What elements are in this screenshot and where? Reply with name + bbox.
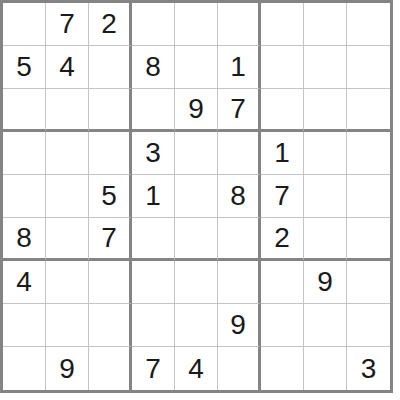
cell-r7c8-given-9[interactable]: 9: [304, 261, 347, 304]
cell-r5c5[interactable]: [175, 175, 218, 218]
cell-r2c4-given-8[interactable]: 8: [132, 46, 175, 89]
cell-r4c8[interactable]: [304, 132, 347, 175]
cell-r9c2-given-9[interactable]: 9: [46, 347, 89, 390]
cell-r2c2-given-4[interactable]: 4: [46, 46, 89, 89]
cell-r6c7-given-2[interactable]: 2: [261, 218, 304, 261]
cell-r1c8[interactable]: [304, 3, 347, 46]
cell-r8c1[interactable]: [3, 304, 46, 347]
cell-r3c3[interactable]: [89, 89, 132, 132]
cell-r8c3[interactable]: [89, 304, 132, 347]
cell-r9c3[interactable]: [89, 347, 132, 390]
cell-r7c2[interactable]: [46, 261, 89, 304]
cell-r6c3-given-7[interactable]: 7: [89, 218, 132, 261]
cell-r6c9[interactable]: [347, 218, 390, 261]
cell-r2c8[interactable]: [304, 46, 347, 89]
cell-r4c1[interactable]: [3, 132, 46, 175]
cell-r3c6-given-7[interactable]: 7: [218, 89, 261, 132]
cell-r1c1[interactable]: [3, 3, 46, 46]
cell-r8c6-given-9[interactable]: 9: [218, 304, 261, 347]
cell-r9c8[interactable]: [304, 347, 347, 390]
cell-r9c1[interactable]: [3, 347, 46, 390]
cell-r1c5[interactable]: [175, 3, 218, 46]
cell-r9c5-given-4[interactable]: 4: [175, 347, 218, 390]
cell-r2c3[interactable]: [89, 46, 132, 89]
cell-r2c6-given-1[interactable]: 1: [218, 46, 261, 89]
sudoku-board-wrap: 725481973151878724999743: [0, 0, 393, 393]
cell-r2c5[interactable]: [175, 46, 218, 89]
cell-r3c4[interactable]: [132, 89, 175, 132]
cell-r6c8[interactable]: [304, 218, 347, 261]
cell-r8c5[interactable]: [175, 304, 218, 347]
cell-r8c7[interactable]: [261, 304, 304, 347]
cell-r1c2-given-7[interactable]: 7: [46, 3, 89, 46]
cell-r4c7-given-1[interactable]: 1: [261, 132, 304, 175]
cell-r8c2[interactable]: [46, 304, 89, 347]
cell-r4c9[interactable]: [347, 132, 390, 175]
cell-r7c4[interactable]: [132, 261, 175, 304]
cell-r2c9[interactable]: [347, 46, 390, 89]
cell-r5c6-given-8[interactable]: 8: [218, 175, 261, 218]
cell-r4c6[interactable]: [218, 132, 261, 175]
cell-r8c8[interactable]: [304, 304, 347, 347]
cell-r8c4[interactable]: [132, 304, 175, 347]
cell-r9c6[interactable]: [218, 347, 261, 390]
cell-r6c5[interactable]: [175, 218, 218, 261]
cell-r7c5[interactable]: [175, 261, 218, 304]
cell-r5c1[interactable]: [3, 175, 46, 218]
cell-r9c4-given-7[interactable]: 7: [132, 347, 175, 390]
cell-r1c9[interactable]: [347, 3, 390, 46]
cell-r5c3-given-5[interactable]: 5: [89, 175, 132, 218]
cell-r4c4-given-3[interactable]: 3: [132, 132, 175, 175]
cell-r5c9[interactable]: [347, 175, 390, 218]
cell-r3c2[interactable]: [46, 89, 89, 132]
cell-r7c1-given-4[interactable]: 4: [3, 261, 46, 304]
cell-r1c4[interactable]: [132, 3, 175, 46]
cell-r5c2[interactable]: [46, 175, 89, 218]
sudoku-board: 725481973151878724999743: [0, 0, 393, 393]
cell-r6c6[interactable]: [218, 218, 261, 261]
cell-r6c4[interactable]: [132, 218, 175, 261]
cell-r6c2[interactable]: [46, 218, 89, 261]
cell-r8c9[interactable]: [347, 304, 390, 347]
cell-r4c2[interactable]: [46, 132, 89, 175]
cell-r5c4-given-1[interactable]: 1: [132, 175, 175, 218]
cell-r3c5-given-9[interactable]: 9: [175, 89, 218, 132]
cell-r4c5[interactable]: [175, 132, 218, 175]
cell-r3c8[interactable]: [304, 89, 347, 132]
cell-r1c3-given-2[interactable]: 2: [89, 3, 132, 46]
cell-r6c1-given-8[interactable]: 8: [3, 218, 46, 261]
cell-r7c6[interactable]: [218, 261, 261, 304]
cell-r1c7[interactable]: [261, 3, 304, 46]
cell-r5c8[interactable]: [304, 175, 347, 218]
cell-r7c9[interactable]: [347, 261, 390, 304]
cell-r4c3[interactable]: [89, 132, 132, 175]
cell-r5c7-given-7[interactable]: 7: [261, 175, 304, 218]
cell-r3c9[interactable]: [347, 89, 390, 132]
cell-r9c7[interactable]: [261, 347, 304, 390]
cell-r7c7[interactable]: [261, 261, 304, 304]
cell-r3c7[interactable]: [261, 89, 304, 132]
cell-r1c6[interactable]: [218, 3, 261, 46]
cell-r2c1-given-5[interactable]: 5: [3, 46, 46, 89]
cell-r9c9-given-3[interactable]: 3: [347, 347, 390, 390]
cell-r7c3[interactable]: [89, 261, 132, 304]
cell-r2c7[interactable]: [261, 46, 304, 89]
cell-r3c1[interactable]: [3, 89, 46, 132]
